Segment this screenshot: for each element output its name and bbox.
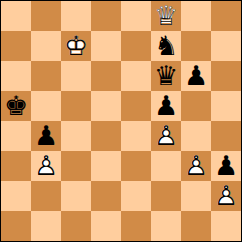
square-e3[interactable] [121, 151, 151, 181]
white-pawn[interactable]: ♟♙ [151, 121, 181, 151]
square-g6[interactable]: ♟ [181, 61, 211, 91]
square-f8[interactable]: ♛♕ [151, 1, 181, 31]
square-f4[interactable]: ♟♙ [151, 121, 181, 151]
chess-board: ♛♕♚♔♞♛♟♚♟♟♟♙♟♙♟♙♟♟♙ [1, 1, 241, 241]
square-e5[interactable] [121, 91, 151, 121]
square-f6[interactable]: ♛ [151, 61, 181, 91]
square-b2[interactable] [31, 181, 61, 211]
white-pawn-outline: ♙ [151, 121, 181, 151]
square-d4[interactable] [91, 121, 121, 151]
black-pawn-glyph: ♟ [181, 61, 211, 91]
square-b7[interactable] [31, 31, 61, 61]
square-g2[interactable] [181, 181, 211, 211]
square-a5[interactable]: ♚ [1, 91, 31, 121]
black-queen-glyph: ♛ [151, 61, 181, 91]
square-c8[interactable] [61, 1, 91, 31]
square-b4[interactable]: ♟ [31, 121, 61, 151]
black-pawn-glyph: ♟ [211, 151, 241, 181]
square-f5[interactable]: ♟ [151, 91, 181, 121]
square-b3[interactable]: ♟♙ [31, 151, 61, 181]
square-e2[interactable] [121, 181, 151, 211]
square-f7[interactable]: ♞ [151, 31, 181, 61]
square-e8[interactable] [121, 1, 151, 31]
white-pawn-outline: ♙ [31, 151, 61, 181]
square-g7[interactable] [181, 31, 211, 61]
square-h1[interactable] [211, 211, 241, 241]
square-h6[interactable] [211, 61, 241, 91]
square-a6[interactable] [1, 61, 31, 91]
black-king-glyph: ♚ [1, 91, 31, 121]
square-d5[interactable] [91, 91, 121, 121]
square-h5[interactable] [211, 91, 241, 121]
black-pawn[interactable]: ♟ [31, 121, 61, 151]
square-b5[interactable] [31, 91, 61, 121]
square-c2[interactable] [61, 181, 91, 211]
black-queen[interactable]: ♛ [151, 61, 181, 91]
square-b1[interactable] [31, 211, 61, 241]
square-g5[interactable] [181, 91, 211, 121]
square-b6[interactable] [31, 61, 61, 91]
square-c4[interactable] [61, 121, 91, 151]
square-a8[interactable] [1, 1, 31, 31]
square-g8[interactable] [181, 1, 211, 31]
square-a4[interactable] [1, 121, 31, 151]
square-c3[interactable] [61, 151, 91, 181]
white-pawn[interactable]: ♟♙ [31, 151, 61, 181]
square-f2[interactable] [151, 181, 181, 211]
square-e4[interactable] [121, 121, 151, 151]
square-d8[interactable] [91, 1, 121, 31]
square-h8[interactable] [211, 1, 241, 31]
chess-board-frame: ♛♕♚♔♞♛♟♚♟♟♟♙♟♙♟♙♟♟♙ [0, 0, 242, 242]
square-g1[interactable] [181, 211, 211, 241]
white-king-outline: ♔ [61, 31, 91, 61]
black-pawn-glyph: ♟ [151, 91, 181, 121]
white-queen-outline: ♕ [151, 1, 181, 31]
square-d6[interactable] [91, 61, 121, 91]
square-d3[interactable] [91, 151, 121, 181]
square-e1[interactable] [121, 211, 151, 241]
square-h7[interactable] [211, 31, 241, 61]
black-king[interactable]: ♚ [1, 91, 31, 121]
black-pawn[interactable]: ♟ [151, 91, 181, 121]
square-a1[interactable] [1, 211, 31, 241]
square-h3[interactable]: ♟ [211, 151, 241, 181]
black-pawn-glyph: ♟ [31, 121, 61, 151]
black-knight[interactable]: ♞ [151, 31, 181, 61]
square-c5[interactable] [61, 91, 91, 121]
square-d2[interactable] [91, 181, 121, 211]
square-a2[interactable] [1, 181, 31, 211]
square-a3[interactable] [1, 151, 31, 181]
square-c1[interactable] [61, 211, 91, 241]
square-h2[interactable]: ♟♙ [211, 181, 241, 211]
square-e6[interactable] [121, 61, 151, 91]
square-a7[interactable] [1, 31, 31, 61]
white-pawn-outline: ♙ [211, 181, 241, 211]
white-pawn[interactable]: ♟♙ [211, 181, 241, 211]
square-c7[interactable]: ♚♔ [61, 31, 91, 61]
square-c6[interactable] [61, 61, 91, 91]
black-knight-glyph: ♞ [151, 31, 181, 61]
white-pawn[interactable]: ♟♙ [181, 151, 211, 181]
square-g4[interactable] [181, 121, 211, 151]
black-pawn[interactable]: ♟ [181, 61, 211, 91]
black-pawn[interactable]: ♟ [211, 151, 241, 181]
square-f1[interactable] [151, 211, 181, 241]
square-e7[interactable] [121, 31, 151, 61]
white-pawn-outline: ♙ [181, 151, 211, 181]
square-d1[interactable] [91, 211, 121, 241]
square-h4[interactable] [211, 121, 241, 151]
square-d7[interactable] [91, 31, 121, 61]
square-g3[interactable]: ♟♙ [181, 151, 211, 181]
white-king[interactable]: ♚♔ [61, 31, 91, 61]
square-b8[interactable] [31, 1, 61, 31]
square-f3[interactable] [151, 151, 181, 181]
white-queen[interactable]: ♛♕ [151, 1, 181, 31]
